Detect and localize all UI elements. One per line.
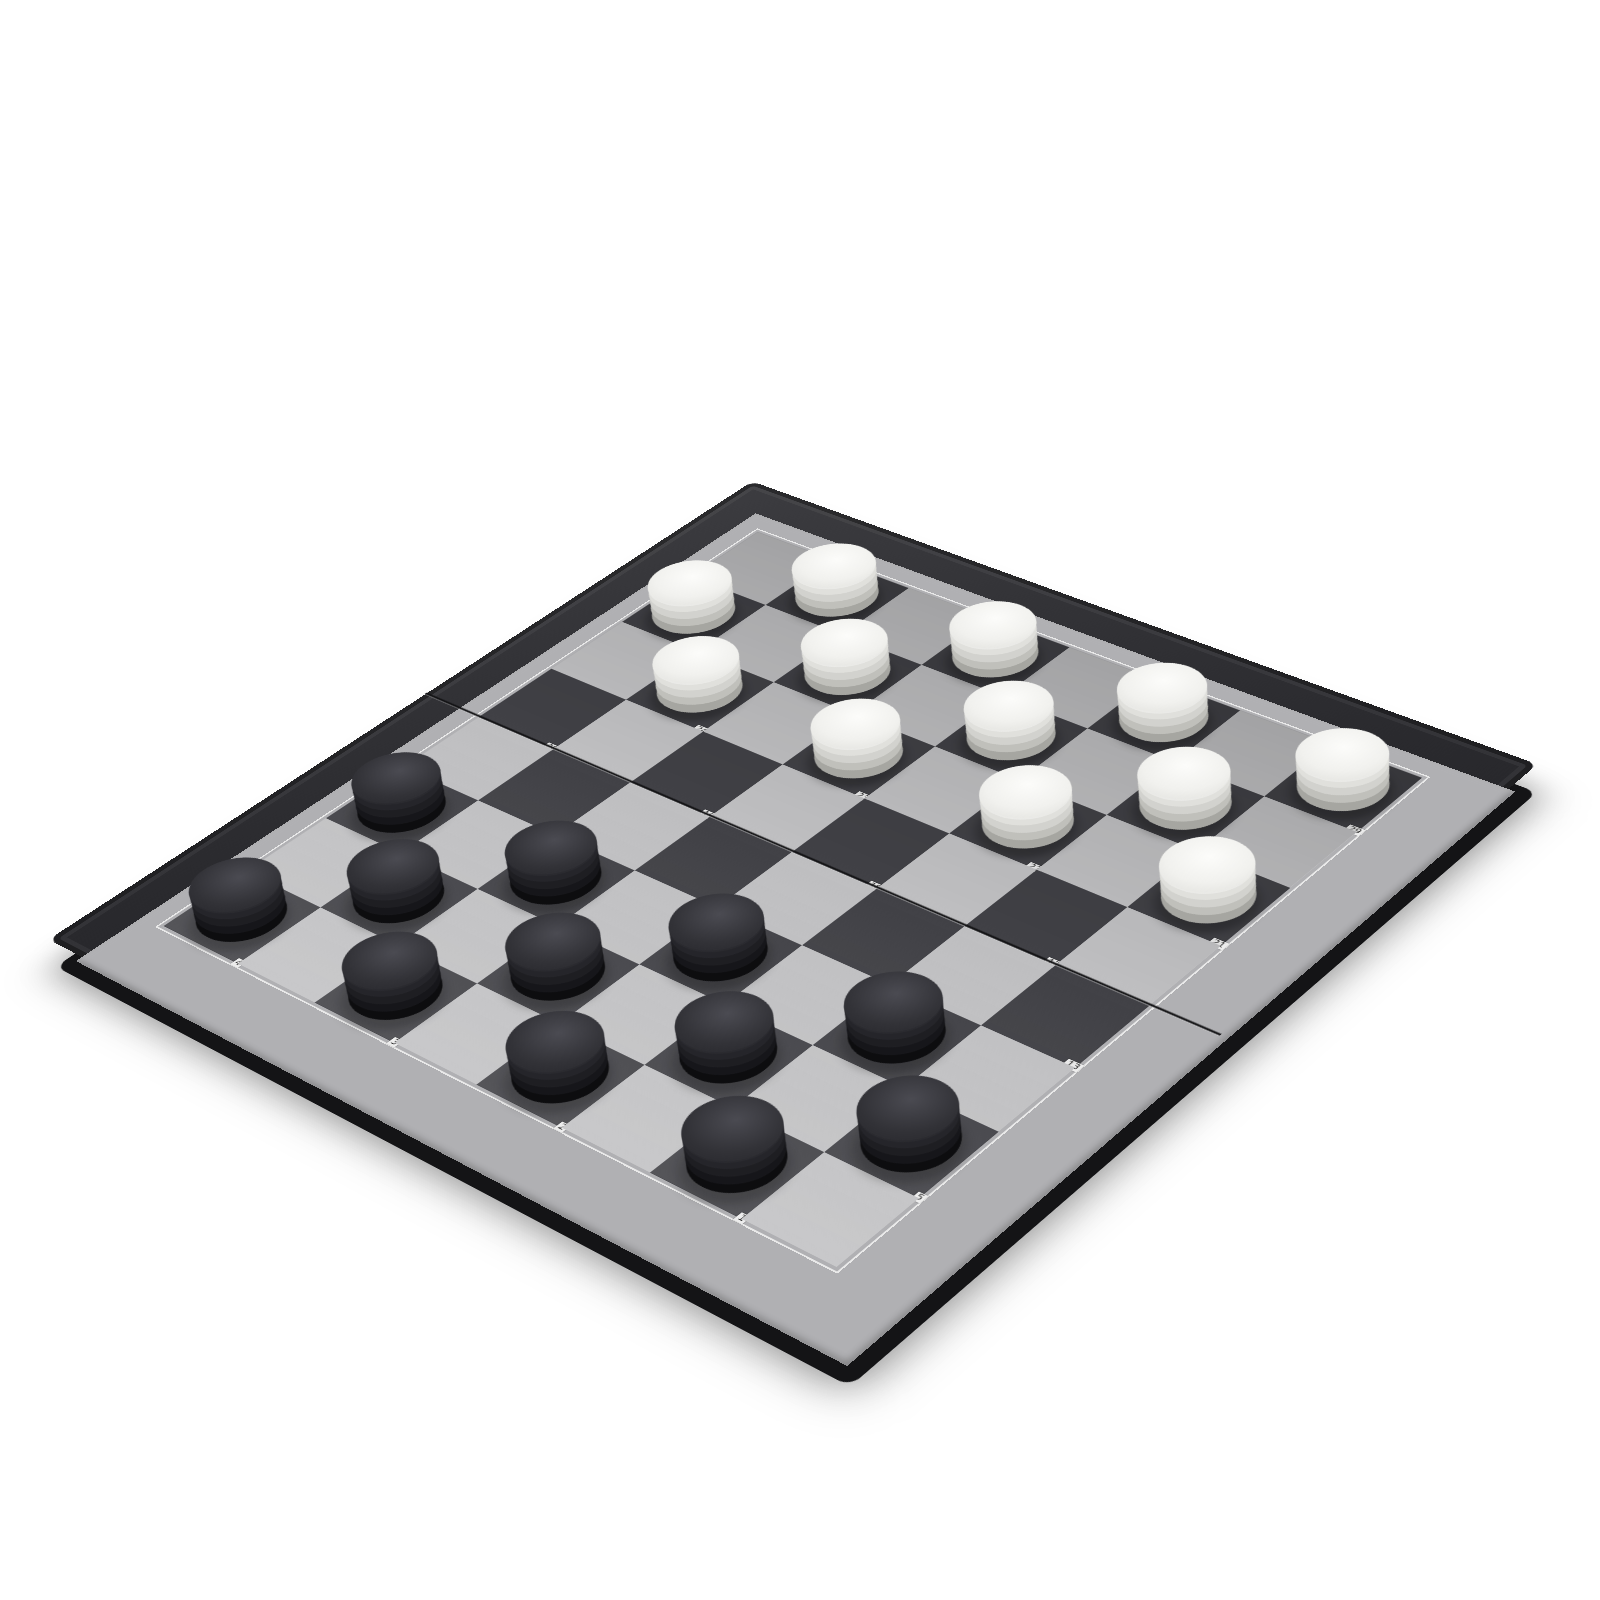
product-photo-scene: 3231302928272625242322212019181716151413… — [0, 0, 1600, 1600]
square-number-label: 23 — [852, 791, 873, 802]
playing-field: 3231302928272625242322212019181716151413… — [164, 532, 1422, 1267]
black-checker-square-12[interactable] — [339, 774, 464, 845]
checkers-board: 3231302928272625242322212019181716151413… — [49, 481, 1538, 1357]
square-number-label: 21 — [1207, 938, 1230, 951]
board-frame: 3231302928272625242322212019181716151413… — [49, 481, 1538, 1357]
board-sticker: 3231302928272625242322212019181716151413… — [76, 513, 1515, 1366]
white-checker-square-25[interactable] — [1121, 770, 1250, 843]
